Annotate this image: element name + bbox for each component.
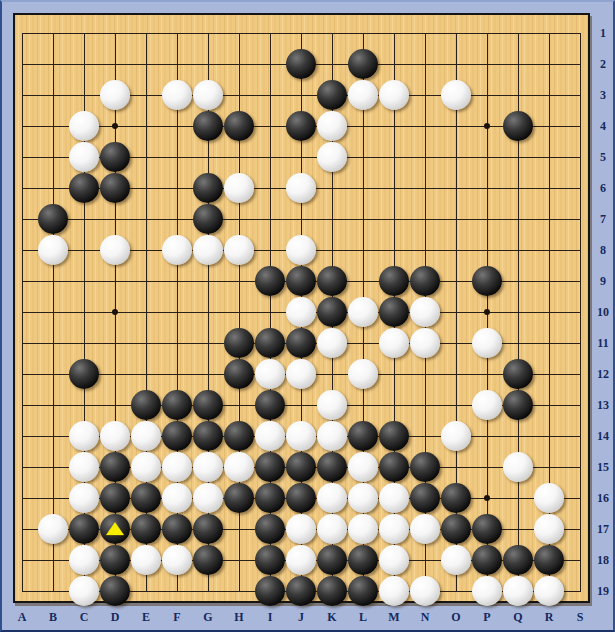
go-board[interactable] bbox=[13, 13, 590, 603]
white-stone bbox=[472, 328, 502, 358]
white-stone bbox=[69, 421, 99, 451]
white-stone bbox=[286, 359, 316, 389]
white-stone bbox=[255, 359, 285, 389]
black-stone bbox=[286, 452, 316, 482]
black-stone bbox=[255, 390, 285, 420]
black-stone bbox=[69, 514, 99, 544]
black-stone bbox=[348, 49, 378, 79]
row-label: 13 bbox=[592, 398, 614, 412]
black-stone bbox=[534, 545, 564, 575]
white-stone bbox=[100, 235, 130, 265]
white-stone bbox=[379, 545, 409, 575]
white-stone bbox=[348, 483, 378, 513]
white-stone bbox=[255, 421, 285, 451]
black-stone bbox=[193, 421, 223, 451]
white-stone bbox=[69, 545, 99, 575]
white-stone bbox=[162, 452, 192, 482]
white-stone bbox=[534, 483, 564, 513]
white-stone bbox=[193, 80, 223, 110]
black-stone bbox=[317, 545, 347, 575]
black-stone bbox=[131, 390, 161, 420]
white-stone bbox=[224, 235, 254, 265]
black-stone bbox=[255, 514, 285, 544]
black-stone bbox=[317, 266, 347, 296]
black-stone bbox=[193, 545, 223, 575]
white-stone bbox=[286, 514, 316, 544]
black-stone bbox=[193, 173, 223, 203]
black-stone bbox=[410, 452, 440, 482]
white-stone bbox=[441, 80, 471, 110]
column-label: K bbox=[322, 609, 342, 625]
white-stone bbox=[100, 421, 130, 451]
black-stone bbox=[410, 266, 440, 296]
black-stone bbox=[38, 204, 68, 234]
black-stone bbox=[286, 111, 316, 141]
black-stone bbox=[348, 576, 378, 606]
white-stone bbox=[348, 80, 378, 110]
black-stone bbox=[286, 49, 316, 79]
white-stone bbox=[38, 514, 68, 544]
column-label: B bbox=[43, 609, 63, 625]
white-stone bbox=[286, 421, 316, 451]
white-stone bbox=[69, 576, 99, 606]
black-stone bbox=[193, 514, 223, 544]
last-move-marker bbox=[106, 522, 124, 535]
star-point bbox=[484, 495, 490, 501]
white-stone bbox=[286, 545, 316, 575]
white-stone bbox=[69, 452, 99, 482]
black-stone bbox=[100, 173, 130, 203]
white-stone bbox=[162, 545, 192, 575]
column-label: A bbox=[12, 609, 32, 625]
black-stone bbox=[317, 452, 347, 482]
white-stone bbox=[441, 545, 471, 575]
white-stone bbox=[131, 421, 161, 451]
white-stone bbox=[193, 483, 223, 513]
white-stone bbox=[317, 328, 347, 358]
row-label: 18 bbox=[592, 553, 614, 567]
row-label: 16 bbox=[592, 491, 614, 505]
white-stone bbox=[69, 483, 99, 513]
white-stone bbox=[317, 142, 347, 172]
black-stone bbox=[131, 514, 161, 544]
black-stone bbox=[224, 111, 254, 141]
white-stone bbox=[379, 483, 409, 513]
row-label: 12 bbox=[592, 367, 614, 381]
black-stone bbox=[348, 545, 378, 575]
grid-line bbox=[580, 33, 581, 592]
row-label: 17 bbox=[592, 522, 614, 536]
black-stone bbox=[379, 297, 409, 327]
column-label: Q bbox=[508, 609, 528, 625]
black-stone bbox=[255, 576, 285, 606]
white-stone bbox=[69, 142, 99, 172]
row-label: 9 bbox=[592, 274, 614, 288]
white-stone bbox=[38, 235, 68, 265]
black-stone bbox=[317, 576, 347, 606]
black-stone bbox=[441, 483, 471, 513]
white-stone bbox=[410, 514, 440, 544]
white-stone bbox=[441, 421, 471, 451]
white-stone bbox=[379, 576, 409, 606]
white-stone bbox=[410, 328, 440, 358]
column-label: P bbox=[477, 609, 497, 625]
row-label: 15 bbox=[592, 460, 614, 474]
white-stone bbox=[69, 111, 99, 141]
column-label: S bbox=[570, 609, 590, 625]
black-stone bbox=[379, 421, 409, 451]
white-stone bbox=[193, 235, 223, 265]
row-label: 3 bbox=[592, 88, 614, 102]
black-stone bbox=[100, 545, 130, 575]
white-stone bbox=[472, 390, 502, 420]
white-stone bbox=[286, 173, 316, 203]
column-label: J bbox=[291, 609, 311, 625]
black-stone bbox=[472, 514, 502, 544]
black-stone bbox=[100, 452, 130, 482]
black-stone bbox=[255, 483, 285, 513]
row-label: 10 bbox=[592, 305, 614, 319]
column-label: M bbox=[384, 609, 404, 625]
black-stone bbox=[69, 173, 99, 203]
black-stone bbox=[255, 328, 285, 358]
column-label: G bbox=[198, 609, 218, 625]
white-stone bbox=[379, 80, 409, 110]
row-label: 6 bbox=[592, 181, 614, 195]
star-point bbox=[112, 309, 118, 315]
white-stone bbox=[534, 576, 564, 606]
black-stone bbox=[100, 576, 130, 606]
black-stone bbox=[379, 266, 409, 296]
black-stone bbox=[69, 359, 99, 389]
black-stone bbox=[503, 545, 533, 575]
white-stone bbox=[317, 483, 347, 513]
row-label: 7 bbox=[592, 212, 614, 226]
black-stone bbox=[224, 421, 254, 451]
white-stone bbox=[317, 514, 347, 544]
white-stone bbox=[410, 297, 440, 327]
black-stone bbox=[503, 111, 533, 141]
black-stone bbox=[131, 483, 161, 513]
black-stone bbox=[379, 452, 409, 482]
row-label: 14 bbox=[592, 429, 614, 443]
white-stone bbox=[534, 514, 564, 544]
black-stone bbox=[255, 452, 285, 482]
black-stone bbox=[193, 111, 223, 141]
white-stone bbox=[472, 576, 502, 606]
black-stone bbox=[441, 514, 471, 544]
column-label: H bbox=[229, 609, 249, 625]
white-stone bbox=[348, 297, 378, 327]
black-stone bbox=[410, 483, 440, 513]
black-stone bbox=[100, 142, 130, 172]
black-stone bbox=[286, 483, 316, 513]
black-stone bbox=[255, 545, 285, 575]
white-stone bbox=[348, 452, 378, 482]
black-stone bbox=[472, 545, 502, 575]
black-stone bbox=[193, 390, 223, 420]
column-label: I bbox=[260, 609, 280, 625]
white-stone bbox=[503, 452, 533, 482]
row-label: 1 bbox=[592, 26, 614, 40]
column-label: F bbox=[167, 609, 187, 625]
row-label: 11 bbox=[592, 336, 614, 350]
white-stone bbox=[162, 235, 192, 265]
white-stone bbox=[503, 576, 533, 606]
black-stone bbox=[317, 80, 347, 110]
black-stone bbox=[224, 483, 254, 513]
white-stone bbox=[317, 421, 347, 451]
star-point bbox=[484, 309, 490, 315]
white-stone bbox=[348, 359, 378, 389]
column-label: N bbox=[415, 609, 435, 625]
column-label: L bbox=[353, 609, 373, 625]
white-stone bbox=[224, 452, 254, 482]
column-label: C bbox=[74, 609, 94, 625]
black-stone bbox=[286, 328, 316, 358]
black-stone bbox=[162, 390, 192, 420]
white-stone bbox=[317, 111, 347, 141]
column-label: D bbox=[105, 609, 125, 625]
row-label: 19 bbox=[592, 584, 614, 598]
white-stone bbox=[162, 483, 192, 513]
black-stone bbox=[472, 266, 502, 296]
white-stone bbox=[131, 545, 161, 575]
white-stone bbox=[131, 452, 161, 482]
black-stone bbox=[100, 483, 130, 513]
white-stone bbox=[286, 235, 316, 265]
black-stone bbox=[224, 328, 254, 358]
column-label: O bbox=[446, 609, 466, 625]
black-stone bbox=[193, 204, 223, 234]
star-point bbox=[484, 123, 490, 129]
row-label: 5 bbox=[592, 150, 614, 164]
white-stone bbox=[286, 297, 316, 327]
star-point bbox=[112, 123, 118, 129]
column-label: E bbox=[136, 609, 156, 625]
black-stone bbox=[503, 359, 533, 389]
white-stone bbox=[348, 514, 378, 544]
row-label: 8 bbox=[592, 243, 614, 257]
row-label: 4 bbox=[592, 119, 614, 133]
white-stone bbox=[379, 514, 409, 544]
white-stone bbox=[317, 390, 347, 420]
go-client-window: ABCDEFGHIJKLMNOPQRS 12345678910111213141… bbox=[0, 0, 615, 632]
white-stone bbox=[162, 80, 192, 110]
white-stone bbox=[193, 452, 223, 482]
black-stone bbox=[348, 421, 378, 451]
black-stone bbox=[162, 514, 192, 544]
black-stone bbox=[286, 266, 316, 296]
black-stone bbox=[255, 266, 285, 296]
black-stone bbox=[317, 297, 347, 327]
black-stone bbox=[503, 390, 533, 420]
column-label: R bbox=[539, 609, 559, 625]
white-stone bbox=[100, 80, 130, 110]
black-stone bbox=[224, 359, 254, 389]
black-stone bbox=[286, 576, 316, 606]
white-stone bbox=[224, 173, 254, 203]
row-label: 2 bbox=[592, 57, 614, 71]
black-stone bbox=[162, 421, 192, 451]
white-stone bbox=[379, 328, 409, 358]
white-stone bbox=[410, 576, 440, 606]
